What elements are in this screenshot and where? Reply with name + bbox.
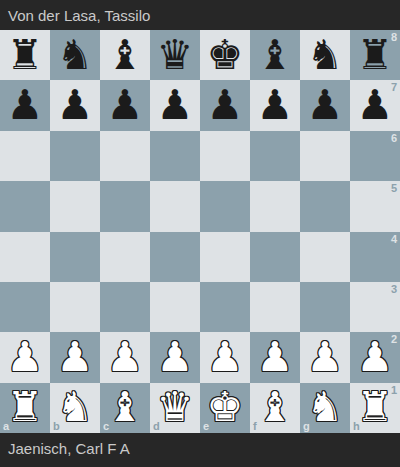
square-h4[interactable]: 4: [350, 232, 400, 282]
piece-black-pawn[interactable]: ♟: [107, 85, 144, 126]
piece-white-queen[interactable]: ♛: [157, 387, 194, 428]
square-f3[interactable]: [250, 282, 300, 332]
square-b1[interactable]: ♞b: [50, 383, 100, 433]
square-d5[interactable]: [150, 181, 200, 231]
square-b2[interactable]: ♟: [50, 332, 100, 382]
square-h7[interactable]: ♟7: [350, 80, 400, 130]
square-d2[interactable]: ♟: [150, 332, 200, 382]
file-label-a: a: [3, 421, 9, 432]
square-g5[interactable]: [300, 181, 350, 231]
square-f8[interactable]: ♝: [250, 30, 300, 80]
square-c8[interactable]: ♝: [100, 30, 150, 80]
square-c1[interactable]: ♝c: [100, 383, 150, 433]
file-label-c: c: [103, 421, 109, 432]
bottom-player-bar: Jaenisch, Carl F A: [0, 433, 400, 467]
square-e8[interactable]: ♚: [200, 30, 250, 80]
square-d6[interactable]: [150, 131, 200, 181]
square-b8[interactable]: ♞: [50, 30, 100, 80]
square-b5[interactable]: [50, 181, 100, 231]
square-f1[interactable]: ♝f: [250, 383, 300, 433]
square-h3[interactable]: 3: [350, 282, 400, 332]
square-g7[interactable]: ♟: [300, 80, 350, 130]
square-e7[interactable]: ♟: [200, 80, 250, 130]
piece-black-knight[interactable]: ♞: [307, 35, 344, 76]
piece-black-rook[interactable]: ♜: [357, 35, 394, 76]
square-c4[interactable]: [100, 232, 150, 282]
piece-white-bishop[interactable]: ♝: [257, 387, 294, 428]
square-a5[interactable]: [0, 181, 50, 231]
square-c3[interactable]: [100, 282, 150, 332]
square-a1[interactable]: ♜a: [0, 383, 50, 433]
rank-label-8: 8: [391, 32, 397, 43]
piece-white-bishop[interactable]: ♝: [107, 387, 144, 428]
piece-white-king[interactable]: ♚: [207, 387, 244, 428]
piece-black-pawn[interactable]: ♟: [7, 85, 44, 126]
piece-black-pawn[interactable]: ♟: [207, 85, 244, 126]
square-e6[interactable]: [200, 131, 250, 181]
square-g2[interactable]: ♟: [300, 332, 350, 382]
square-b3[interactable]: [50, 282, 100, 332]
piece-white-pawn[interactable]: ♟: [107, 337, 144, 378]
square-h1[interactable]: ♜1h: [350, 383, 400, 433]
square-h2[interactable]: ♟2: [350, 332, 400, 382]
square-c5[interactable]: [100, 181, 150, 231]
piece-black-pawn[interactable]: ♟: [357, 85, 394, 126]
file-label-e: e: [203, 421, 209, 432]
square-a7[interactable]: ♟: [0, 80, 50, 130]
bottom-player-name: Jaenisch, Carl F A: [8, 440, 130, 457]
square-e4[interactable]: [200, 232, 250, 282]
piece-black-queen[interactable]: ♛: [157, 35, 194, 76]
square-c6[interactable]: [100, 131, 150, 181]
square-a8[interactable]: ♜: [0, 30, 50, 80]
piece-white-pawn[interactable]: ♟: [57, 337, 94, 378]
square-b4[interactable]: [50, 232, 100, 282]
square-c2[interactable]: ♟: [100, 332, 150, 382]
piece-black-pawn[interactable]: ♟: [157, 85, 194, 126]
square-d4[interactable]: [150, 232, 200, 282]
piece-black-king[interactable]: ♚: [207, 35, 244, 76]
piece-white-rook[interactable]: ♜: [7, 387, 44, 428]
piece-black-bishop[interactable]: ♝: [107, 35, 144, 76]
square-a3[interactable]: [0, 282, 50, 332]
square-d7[interactable]: ♟: [150, 80, 200, 130]
square-a2[interactable]: ♟: [0, 332, 50, 382]
top-player-bar: Von der Lasa, Tassilo: [0, 0, 400, 30]
square-f6[interactable]: [250, 131, 300, 181]
chess-board: ♜♞♝♛♚♝♞♜8♟♟♟♟♟♟♟♟76543♟♟♟♟♟♟♟♟2♜a♞b♝c♛d♚…: [0, 30, 400, 433]
piece-black-pawn[interactable]: ♟: [307, 85, 344, 126]
square-c7[interactable]: ♟: [100, 80, 150, 130]
square-d3[interactable]: [150, 282, 200, 332]
square-f5[interactable]: [250, 181, 300, 231]
square-g1[interactable]: ♞g: [300, 383, 350, 433]
rank-label-7: 7: [391, 82, 397, 93]
square-g8[interactable]: ♞: [300, 30, 350, 80]
piece-white-rook[interactable]: ♜: [357, 387, 394, 428]
square-d1[interactable]: ♛d: [150, 383, 200, 433]
square-h8[interactable]: ♜8: [350, 30, 400, 80]
square-h5[interactable]: 5: [350, 181, 400, 231]
rank-label-2: 2: [391, 334, 397, 345]
top-player-name: Von der Lasa, Tassilo: [8, 7, 150, 24]
square-e2[interactable]: ♟: [200, 332, 250, 382]
square-f2[interactable]: ♟: [250, 332, 300, 382]
file-label-b: b: [53, 421, 60, 432]
piece-white-pawn[interactable]: ♟: [7, 337, 44, 378]
square-e1[interactable]: ♚e: [200, 383, 250, 433]
square-e5[interactable]: [200, 181, 250, 231]
square-g6[interactable]: [300, 131, 350, 181]
square-f7[interactable]: ♟: [250, 80, 300, 130]
square-b6[interactable]: [50, 131, 100, 181]
piece-black-bishop[interactable]: ♝: [257, 35, 294, 76]
square-b7[interactable]: ♟: [50, 80, 100, 130]
square-e3[interactable]: [200, 282, 250, 332]
piece-white-pawn[interactable]: ♟: [157, 337, 194, 378]
file-label-g: g: [303, 421, 310, 432]
rank-label-4: 4: [391, 234, 397, 245]
file-label-f: f: [253, 421, 257, 432]
square-g4[interactable]: [300, 232, 350, 282]
square-a6[interactable]: [0, 131, 50, 181]
piece-white-pawn[interactable]: ♟: [307, 337, 344, 378]
square-g3[interactable]: [300, 282, 350, 332]
piece-black-rook[interactable]: ♜: [7, 35, 44, 76]
file-label-h: h: [353, 421, 360, 432]
piece-black-pawn[interactable]: ♟: [57, 85, 94, 126]
rank-label-1: 1: [391, 385, 397, 396]
rank-label-5: 5: [391, 183, 397, 194]
piece-white-pawn[interactable]: ♟: [207, 337, 244, 378]
rank-label-6: 6: [391, 133, 397, 144]
square-f4[interactable]: [250, 232, 300, 282]
square-d8[interactable]: ♛: [150, 30, 200, 80]
piece-white-pawn[interactable]: ♟: [357, 337, 394, 378]
piece-white-knight[interactable]: ♞: [57, 387, 94, 428]
file-label-d: d: [153, 421, 160, 432]
piece-black-pawn[interactable]: ♟: [257, 85, 294, 126]
piece-black-knight[interactable]: ♞: [57, 35, 94, 76]
square-h6[interactable]: 6: [350, 131, 400, 181]
piece-white-pawn[interactable]: ♟: [257, 337, 294, 378]
square-a4[interactable]: [0, 232, 50, 282]
piece-white-knight[interactable]: ♞: [307, 387, 344, 428]
rank-label-3: 3: [391, 284, 397, 295]
